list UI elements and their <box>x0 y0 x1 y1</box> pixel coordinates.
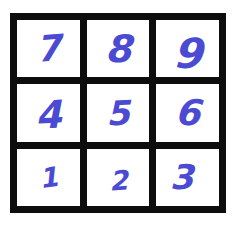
cell-digit-r3c1: 1 <box>37 163 59 192</box>
number-grid-board: 7 8 9 4 5 6 1 2 3 <box>10 13 226 213</box>
grid-cell-r3c3: 3 <box>156 149 219 206</box>
cell-digit-r1c3: 9 <box>172 32 203 75</box>
grid-cell-r1c2: 8 <box>87 20 150 77</box>
grid-cell-r1c3: 9 <box>156 20 219 77</box>
grid-cell-r1c1: 7 <box>17 20 80 77</box>
cell-digit-r1c2: 8 <box>104 29 132 68</box>
cell-digit-r1c1: 7 <box>35 30 63 68</box>
cell-digit-r2c2: 5 <box>106 96 131 131</box>
grid-cell-r3c2: 2 <box>87 149 150 206</box>
grid-cell-r2c3: 6 <box>156 84 219 141</box>
cell-digit-r3c3: 3 <box>170 160 194 194</box>
cell-digit-r3c2: 2 <box>108 166 129 194</box>
grid-cell-r3c1: 1 <box>17 149 80 206</box>
cell-digit-r2c3: 6 <box>174 94 202 132</box>
cell-digit-r2c1: 4 <box>34 95 62 134</box>
grid-cell-r2c2: 5 <box>87 84 150 141</box>
grid-cell-r2c1: 4 <box>17 84 80 141</box>
